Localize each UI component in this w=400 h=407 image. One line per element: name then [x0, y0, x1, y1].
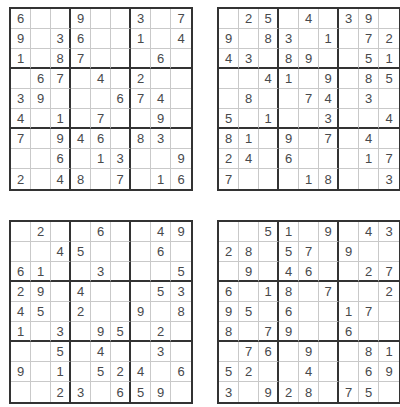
sudoku-cell-top-left-r7c5: 6: [91, 129, 111, 149]
sudoku-cell-top-right-r6c8[interactable]: [359, 109, 379, 129]
sudoku-cell-bottom-right-r1c3: 5: [259, 222, 279, 242]
sudoku-cell-bottom-right-r6c8[interactable]: [359, 322, 379, 342]
sudoku-cell-bottom-left-r6c3: 3: [51, 322, 71, 342]
sudoku-cell-bottom-left-r7c2[interactable]: [31, 342, 51, 362]
sudoku-cell-bottom-left-r8c9: 6: [171, 362, 191, 382]
sudoku-cell-top-right-r7c5[interactable]: [299, 129, 319, 149]
sudoku-cell-top-left-r4c4[interactable]: [71, 69, 91, 89]
sudoku-cell-top-left-r8c6: 3: [111, 149, 131, 169]
sudoku-cell-bottom-right-r9c1: 3: [219, 382, 239, 402]
sudoku-cell-top-left-r7c2[interactable]: [31, 129, 51, 149]
sudoku-cell-top-right-r7c6: 7: [319, 129, 339, 149]
sudoku-cell-top-left-r4c9[interactable]: [171, 69, 191, 89]
sudoku-cell-top-right-r5c6: 4: [319, 89, 339, 109]
sudoku-cell-bottom-left-r2c9[interactable]: [171, 242, 191, 262]
sudoku-cell-bottom-left-r1c1[interactable]: [11, 222, 31, 242]
sudoku-cell-top-left-r6c3: 1: [51, 109, 71, 129]
sudoku-cell-bottom-left-r1c3[interactable]: [51, 222, 71, 242]
sudoku-cell-bottom-right-r6c1: 8: [219, 322, 239, 342]
sudoku-cell-bottom-left-r1c6[interactable]: [111, 222, 131, 242]
boards-grid: 6937936141876674239674417979468361392487…: [9, 7, 400, 404]
sudoku-cell-top-left-r9c1: 2: [11, 169, 31, 189]
sudoku-cell-top-right-r1c5: 4: [299, 9, 319, 29]
sudoku-cell-top-right-r9c7[interactable]: [339, 169, 359, 189]
sudoku-cell-bottom-left-r8c4[interactable]: [71, 362, 91, 382]
sudoku-cell-bottom-right-r2c4: 5: [279, 242, 299, 262]
sudoku-board-top-left: 6937936141876674239674417979468361392487…: [9, 7, 193, 191]
sudoku-cell-top-left-r9c9: 6: [171, 169, 191, 189]
sudoku-cell-bottom-left-r8c5: 5: [91, 362, 111, 382]
sudoku-cell-bottom-left-r1c8: 4: [151, 222, 171, 242]
sudoku-cell-bottom-right-r3c4: 4: [279, 262, 299, 282]
sudoku-cell-bottom-left-r4c3[interactable]: [51, 282, 71, 302]
sudoku-cell-bottom-left-r4c5[interactable]: [91, 282, 111, 302]
sudoku-cell-bottom-right-r6c9[interactable]: [379, 322, 399, 342]
sudoku-cell-bottom-right-r7c2: 7: [239, 342, 259, 362]
sudoku-cell-top-right-r3c4: 8: [279, 49, 299, 69]
sudoku-cell-bottom-left-r1c7[interactable]: [131, 222, 151, 242]
sudoku-cell-bottom-right-r9c3: 9: [259, 382, 279, 402]
sudoku-cell-top-left-r1c3[interactable]: [51, 9, 71, 29]
sudoku-cell-top-left-r6c1: 4: [11, 109, 31, 129]
sudoku-cell-top-left-r7c7: 8: [131, 129, 151, 149]
sudoku-cell-top-right-r2c3: 8: [259, 29, 279, 49]
sudoku-cell-bottom-left-r5c2: 5: [31, 302, 51, 322]
sudoku-cell-top-right-r6c5[interactable]: [299, 109, 319, 129]
sudoku-cell-bottom-left-r7c7[interactable]: [131, 342, 151, 362]
sudoku-cell-bottom-left-r7c9[interactable]: [171, 342, 191, 362]
sudoku-cell-bottom-right-r8c6[interactable]: [319, 362, 339, 382]
sudoku-cell-top-left-r5c9[interactable]: [171, 89, 191, 109]
sudoku-cell-top-left-r4c5: 4: [91, 69, 111, 89]
sudoku-cell-top-left-r2c5[interactable]: [91, 29, 111, 49]
sudoku-cell-top-right-r3c2: 3: [239, 49, 259, 69]
sudoku-cell-bottom-left-r5c9: 8: [171, 302, 191, 322]
sudoku-cell-bottom-right-r5c1: 9: [219, 302, 239, 322]
sudoku-cell-bottom-right-r6c2[interactable]: [239, 322, 259, 342]
sudoku-cell-bottom-right-r6c3: 7: [259, 322, 279, 342]
sudoku-cell-top-left-r6c4[interactable]: [71, 109, 91, 129]
sudoku-cell-top-left-r6c6[interactable]: [111, 109, 131, 129]
sudoku-cell-bottom-left-r6c7[interactable]: [131, 322, 151, 342]
sudoku-cell-bottom-right-r8c1: 5: [219, 362, 239, 382]
sudoku-cell-top-right-r7c7[interactable]: [339, 129, 359, 149]
sudoku-cell-top-right-r8c6[interactable]: [319, 149, 339, 169]
sudoku-cell-top-right-r8c4: 6: [279, 149, 299, 169]
sudoku-cell-bottom-left-r5c4: 2: [71, 302, 91, 322]
sudoku-cell-top-left-r2c2[interactable]: [31, 29, 51, 49]
sudoku-cell-top-left-r9c5[interactable]: [91, 169, 111, 189]
sudoku-cell-top-left-r1c9: 7: [171, 9, 191, 29]
sudoku-cell-top-right-r7c1: 8: [219, 129, 239, 149]
sudoku-cell-top-left-r9c8: 1: [151, 169, 171, 189]
sudoku-cell-bottom-right-r8c9: 9: [379, 362, 399, 382]
sudoku-cell-bottom-right-r6c7: 6: [339, 322, 359, 342]
sudoku-cell-bottom-right-r3c6[interactable]: [319, 262, 339, 282]
sudoku-cell-bottom-right-r4c7[interactable]: [339, 282, 359, 302]
sudoku-cell-top-right-r5c8: 3: [359, 89, 379, 109]
sudoku-cell-bottom-right-r5c4: 6: [279, 302, 299, 322]
sudoku-cell-top-right-r3c9: 1: [379, 49, 399, 69]
sudoku-cell-bottom-right-r4c9: 2: [379, 282, 399, 302]
sudoku-cell-top-right-r9c8[interactable]: [359, 169, 379, 189]
sudoku-cell-top-left-r5c8: 4: [151, 89, 171, 109]
sudoku-cell-top-left-r8c7[interactable]: [131, 149, 151, 169]
sudoku-cell-top-left-r7c6[interactable]: [111, 129, 131, 149]
sudoku-cell-bottom-left-r2c4: 5: [71, 242, 91, 262]
sudoku-cell-top-right-r5c5: 7: [299, 89, 319, 109]
sudoku-cell-bottom-left-r9c1[interactable]: [11, 382, 31, 402]
sudoku-cell-bottom-right-r4c8[interactable]: [359, 282, 379, 302]
sudoku-cell-bottom-right-r6c4: 9: [279, 322, 299, 342]
sudoku-cell-top-left-r1c4: 9: [71, 9, 91, 29]
sudoku-cell-bottom-right-r9c8: 5: [359, 382, 379, 402]
sudoku-cell-top-left-r1c2[interactable]: [31, 9, 51, 29]
sudoku-cell-bottom-left-r1c2: 2: [31, 222, 51, 242]
sudoku-cell-bottom-left-r3c8[interactable]: [151, 262, 171, 282]
sudoku-cell-top-left-r6c5: 7: [91, 109, 111, 129]
sudoku-cell-top-left-r4c6[interactable]: [111, 69, 131, 89]
sudoku-cell-bottom-right-r6c5[interactable]: [299, 322, 319, 342]
sudoku-cell-bottom-left-r2c2[interactable]: [31, 242, 51, 262]
sudoku-cell-bottom-left-r1c4[interactable]: [71, 222, 91, 242]
sudoku-cell-bottom-right-r2c7: 9: [339, 242, 359, 262]
sudoku-cell-top-left-r9c4: 8: [71, 169, 91, 189]
sudoku-cell-bottom-right-r2c5: 7: [299, 242, 319, 262]
sudoku-cell-bottom-right-r8c2: 2: [239, 362, 259, 382]
sudoku-cell-bottom-left-r9c9[interactable]: [171, 382, 191, 402]
sudoku-cell-bottom-right-r7c4[interactable]: [279, 342, 299, 362]
sudoku-cell-top-left-r9c2[interactable]: [31, 169, 51, 189]
sudoku-cell-top-right-r8c5[interactable]: [299, 149, 319, 169]
sudoku-cell-top-right-r1c2: 2: [239, 9, 259, 29]
sudoku-cell-top-right-r9c1: 7: [219, 169, 239, 189]
sudoku-cell-top-right-r1c4[interactable]: [279, 9, 299, 29]
sudoku-cell-top-right-r3c7[interactable]: [339, 49, 359, 69]
sudoku-cell-bottom-right-r1c8: 4: [359, 222, 379, 242]
sudoku-cell-top-right-r9c3[interactable]: [259, 169, 279, 189]
sudoku-cell-bottom-right-r9c9[interactable]: [379, 382, 399, 402]
sudoku-cell-top-left-r7c9[interactable]: [171, 129, 191, 149]
sudoku-cell-top-left-r1c8[interactable]: [151, 9, 171, 29]
sudoku-cell-bottom-right-r2c2: 8: [239, 242, 259, 262]
sudoku-cell-bottom-left-r2c6[interactable]: [111, 242, 131, 262]
sudoku-cell-bottom-right-r7c3: 6: [259, 342, 279, 362]
sudoku-cell-top-left-r5c6: 6: [111, 89, 131, 109]
sudoku-cell-bottom-left-r6c9[interactable]: [171, 322, 191, 342]
sudoku-cell-top-right-r4c7[interactable]: [339, 69, 359, 89]
sudoku-cell-top-right-r5c7[interactable]: [339, 89, 359, 109]
sudoku-cell-bottom-right-r2c9[interactable]: [379, 242, 399, 262]
sudoku-cell-top-right-r2c7[interactable]: [339, 29, 359, 49]
sudoku-cell-top-right-r6c7[interactable]: [339, 109, 359, 129]
sudoku-cell-top-left-r9c3: 4: [51, 169, 71, 189]
sudoku-cell-top-right-r7c8: 4: [359, 129, 379, 149]
sudoku-cell-bottom-right-r7c1[interactable]: [219, 342, 239, 362]
sudoku-cell-bottom-left-r1c9: 9: [171, 222, 191, 242]
sudoku-cell-bottom-right-r5c3[interactable]: [259, 302, 279, 322]
sudoku-cell-bottom-left-r7c8: 3: [151, 342, 171, 362]
sudoku-cell-top-left-r8c8[interactable]: [151, 149, 171, 169]
sudoku-cell-bottom-left-r8c1: 9: [11, 362, 31, 382]
sudoku-cell-top-left-r6c2[interactable]: [31, 109, 51, 129]
sudoku-cell-top-left-r4c7: 2: [131, 69, 151, 89]
sudoku-cell-top-left-r2c6[interactable]: [111, 29, 131, 49]
sudoku-cell-top-left-r5c4[interactable]: [71, 89, 91, 109]
sudoku-cell-top-right-r5c9[interactable]: [379, 89, 399, 109]
sudoku-cell-bottom-left-r1c5: 6: [91, 222, 111, 242]
sudoku-cell-bottom-right-r3c3[interactable]: [259, 262, 279, 282]
sudoku-board-bottom-left: 2649456613529453452981395254391524623659: [9, 220, 193, 404]
sudoku-cell-top-left-r3c3: 8: [51, 49, 71, 69]
sudoku-cell-bottom-left-r7c6[interactable]: [111, 342, 131, 362]
sudoku-cell-bottom-left-r9c2[interactable]: [31, 382, 51, 402]
sudoku-cell-top-left-r5c5[interactable]: [91, 89, 111, 109]
sudoku-cell-top-right-r6c4[interactable]: [279, 109, 299, 129]
sudoku-cell-bottom-left-r9c3: 2: [51, 382, 71, 402]
sudoku-cell-top-right-r4c3: 4: [259, 69, 279, 89]
sudoku-cell-bottom-right-r7c6[interactable]: [319, 342, 339, 362]
sudoku-cell-bottom-left-r6c8: 2: [151, 322, 171, 342]
sudoku-cell-top-left-r1c6[interactable]: [111, 9, 131, 29]
sudoku-cell-bottom-right-r1c2[interactable]: [239, 222, 259, 242]
sudoku-cell-bottom-left-r5c8[interactable]: [151, 302, 171, 322]
sudoku-cell-bottom-right-r1c7[interactable]: [339, 222, 359, 242]
sudoku-cell-top-right-r5c4[interactable]: [279, 89, 299, 109]
sudoku-cell-bottom-left-r8c7: 4: [131, 362, 151, 382]
sudoku-cell-top-right-r2c4: 3: [279, 29, 299, 49]
sudoku-cell-top-right-r6c1: 5: [219, 109, 239, 129]
sudoku-cell-top-left-r7c1: 7: [11, 129, 31, 149]
sudoku-cell-bottom-right-r5c5[interactable]: [299, 302, 319, 322]
sudoku-cell-bottom-left-r4c1: 2: [11, 282, 31, 302]
sudoku-cell-top-left-r3c7[interactable]: [131, 49, 151, 69]
sudoku-cell-bottom-left-r5c6[interactable]: [111, 302, 131, 322]
sudoku-cell-top-right-r3c3[interactable]: [259, 49, 279, 69]
sudoku-cell-bottom-right-r2c6[interactable]: [319, 242, 339, 262]
sudoku-cell-top-left-r8c5: 1: [91, 149, 111, 169]
sudoku-cell-bottom-left-r2c7[interactable]: [131, 242, 151, 262]
sudoku-cell-bottom-right-r5c6[interactable]: [319, 302, 339, 322]
sudoku-cell-top-right-r1c1[interactable]: [219, 9, 239, 29]
sudoku-cell-bottom-right-r8c7[interactable]: [339, 362, 359, 382]
sudoku-cell-top-left-r5c3[interactable]: [51, 89, 71, 109]
sudoku-cell-top-right-r9c9: 3: [379, 169, 399, 189]
sudoku-cell-top-right-r4c9: 5: [379, 69, 399, 89]
sudoku-cell-top-left-r5c7: 7: [131, 89, 151, 109]
sudoku-cell-bottom-right-r6c6[interactable]: [319, 322, 339, 342]
sudoku-cell-top-left-r3c1: 1: [11, 49, 31, 69]
sudoku-cell-top-right-r6c2[interactable]: [239, 109, 259, 129]
sudoku-cell-bottom-right-r8c5: 4: [299, 362, 319, 382]
sudoku-cell-top-left-r3c4: 7: [71, 49, 91, 69]
sudoku-cell-bottom-left-r8c6: 2: [111, 362, 131, 382]
sudoku-cell-top-left-r1c5[interactable]: [91, 9, 111, 29]
sudoku-cell-top-right-r2c9: 2: [379, 29, 399, 49]
sudoku-cell-top-right-r3c8: 5: [359, 49, 379, 69]
sudoku-cell-bottom-left-r8c8[interactable]: [151, 362, 171, 382]
sudoku-cell-bottom-right-r5c7: 1: [339, 302, 359, 322]
sudoku-cell-bottom-right-r7c7[interactable]: [339, 342, 359, 362]
sudoku-cell-top-right-r4c1[interactable]: [219, 69, 239, 89]
sudoku-cell-top-left-r2c9: 4: [171, 29, 191, 49]
sudoku-cell-top-right-r4c2[interactable]: [239, 69, 259, 89]
sudoku-cell-bottom-left-r9c5[interactable]: [91, 382, 111, 402]
sudoku-cell-top-right-r9c5: 1: [299, 169, 319, 189]
sudoku-cell-top-left-r6c9[interactable]: [171, 109, 191, 129]
sudoku-cell-bottom-right-r7c8: 8: [359, 342, 379, 362]
sudoku-cell-bottom-right-r8c4[interactable]: [279, 362, 299, 382]
sudoku-cell-top-left-r4c1[interactable]: [11, 69, 31, 89]
sudoku-cell-bottom-left-r3c4[interactable]: [71, 262, 91, 282]
sudoku-cell-bottom-left-r4c4: 4: [71, 282, 91, 302]
sudoku-cell-bottom-left-r6c5: 9: [91, 322, 111, 342]
sudoku-cell-top-right-r3c6[interactable]: [319, 49, 339, 69]
sudoku-cell-top-left-r8c2[interactable]: [31, 149, 51, 169]
sudoku-cell-top-right-r8c2: 4: [239, 149, 259, 169]
sudoku-cell-bottom-left-r9c6: 6: [111, 382, 131, 402]
sudoku-cell-top-right-r9c2[interactable]: [239, 169, 259, 189]
sudoku-cell-bottom-left-r6c2[interactable]: [31, 322, 51, 342]
sudoku-cell-bottom-right-r3c1[interactable]: [219, 262, 239, 282]
sudoku-cell-top-right-r2c5[interactable]: [299, 29, 319, 49]
sudoku-cell-top-left-r7c3: 9: [51, 129, 71, 149]
sudoku-board-top-right: 2543998317243895141985874351348197424617…: [217, 7, 400, 191]
sudoku-cell-top-left-r3c9[interactable]: [171, 49, 191, 69]
sudoku-cell-top-right-r5c3[interactable]: [259, 89, 279, 109]
sudoku-cell-bottom-left-r6c4[interactable]: [71, 322, 91, 342]
sudoku-cell-bottom-right-r3c2: 9: [239, 262, 259, 282]
sudoku-cell-bottom-left-r4c7[interactable]: [131, 282, 151, 302]
sudoku-cell-bottom-left-r4c8: 5: [151, 282, 171, 302]
sudoku-cell-bottom-left-r5c1: 4: [11, 302, 31, 322]
sudoku-cell-top-right-r4c4: 1: [279, 69, 299, 89]
sudoku-cell-top-right-r8c7[interactable]: [339, 149, 359, 169]
sudoku-cell-top-left-r2c8[interactable]: [151, 29, 171, 49]
sudoku-cell-bottom-right-r1c1[interactable]: [219, 222, 239, 242]
sudoku-cell-top-right-r1c9[interactable]: [379, 9, 399, 29]
sudoku-cell-top-left-r8c4[interactable]: [71, 149, 91, 169]
sudoku-cell-top-right-r9c4[interactable]: [279, 169, 299, 189]
sudoku-cell-bottom-left-r3c6[interactable]: [111, 262, 131, 282]
sudoku-cell-bottom-left-r8c3: 1: [51, 362, 71, 382]
sudoku-cell-top-left-r3c6[interactable]: [111, 49, 131, 69]
sudoku-cell-bottom-left-r6c6: 5: [111, 322, 131, 342]
sudoku-cell-bottom-right-r1c4: 1: [279, 222, 299, 242]
sudoku-cell-top-right-r1c8: 9: [359, 9, 379, 29]
sudoku-cell-bottom-right-r5c8: 7: [359, 302, 379, 322]
sudoku-cell-top-left-r8c3: 6: [51, 149, 71, 169]
sudoku-cell-top-right-r8c1: 2: [219, 149, 239, 169]
sudoku-cell-top-right-r4c8: 8: [359, 69, 379, 89]
sudoku-cell-bottom-left-r7c1[interactable]: [11, 342, 31, 362]
sudoku-cell-top-left-r9c6: 7: [111, 169, 131, 189]
sudoku-cell-bottom-left-r5c3[interactable]: [51, 302, 71, 322]
sudoku-cell-bottom-right-r7c9: 1: [379, 342, 399, 362]
sudoku-cell-bottom-left-r2c3: 4: [51, 242, 71, 262]
sudoku-cell-bottom-left-r2c8: 6: [151, 242, 171, 262]
sudoku-cell-bottom-left-r8c2[interactable]: [31, 362, 51, 382]
sudoku-cell-top-left-r7c4: 4: [71, 129, 91, 149]
sudoku-cell-bottom-right-r4c5[interactable]: [299, 282, 319, 302]
sudoku-cell-top-right-r9c6: 8: [319, 169, 339, 189]
sudoku-cell-bottom-right-r1c6: 9: [319, 222, 339, 242]
sudoku-cell-bottom-right-r4c1: 6: [219, 282, 239, 302]
sudoku-cell-bottom-left-r2c5[interactable]: [91, 242, 111, 262]
sudoku-cell-top-left-r2c4: 6: [71, 29, 91, 49]
sudoku-cell-top-left-r1c7: 3: [131, 9, 151, 29]
sudoku-cell-bottom-right-r3c7[interactable]: [339, 262, 359, 282]
sudoku-cell-bottom-right-r4c6: 7: [319, 282, 339, 302]
sudoku-cell-bottom-right-r3c5: 6: [299, 262, 319, 282]
sudoku-cell-top-right-r2c2[interactable]: [239, 29, 259, 49]
sudoku-cell-bottom-left-r5c5[interactable]: [91, 302, 111, 322]
sudoku-cell-bottom-right-r5c9[interactable]: [379, 302, 399, 322]
sudoku-cell-bottom-left-r4c2: 9: [31, 282, 51, 302]
sudoku-cell-top-right-r6c9: 4: [379, 109, 399, 129]
sudoku-cell-bottom-right-r9c2[interactable]: [239, 382, 259, 402]
sudoku-cell-top-right-r1c6[interactable]: [319, 9, 339, 29]
sudoku-cell-bottom-right-r2c8[interactable]: [359, 242, 379, 262]
sudoku-cell-top-left-r3c2[interactable]: [31, 49, 51, 69]
sudoku-cell-top-left-r3c5[interactable]: [91, 49, 111, 69]
sudoku-cell-top-right-r7c3[interactable]: [259, 129, 279, 149]
sudoku-cell-bottom-right-r9c6[interactable]: [319, 382, 339, 402]
sudoku-cell-top-left-r9c7[interactable]: [131, 169, 151, 189]
sudoku-cell-top-right-r8c8: 1: [359, 149, 379, 169]
sudoku-cell-top-right-r8c9: 7: [379, 149, 399, 169]
sudoku-cell-top-right-r7c9[interactable]: [379, 129, 399, 149]
sudoku-cell-bottom-left-r2c1[interactable]: [11, 242, 31, 262]
sudoku-cell-bottom-left-r4c6[interactable]: [111, 282, 131, 302]
sudoku-cell-bottom-right-r2c1: 2: [219, 242, 239, 262]
sudoku-cell-top-right-r2c1: 9: [219, 29, 239, 49]
sudoku-cell-top-left-r6c8: 9: [151, 109, 171, 129]
sudoku-cell-bottom-left-r3c9: 5: [171, 262, 191, 282]
sudoku-cell-bottom-right-r9c4: 2: [279, 382, 299, 402]
sudoku-cell-top-right-r6c6: 3: [319, 109, 339, 129]
sudoku-cell-top-right-r3c5: 9: [299, 49, 319, 69]
sudoku-cell-bottom-left-r7c4[interactable]: [71, 342, 91, 362]
sudoku-cell-top-left-r4c8[interactable]: [151, 69, 171, 89]
sudoku-cell-bottom-left-r3c5: 3: [91, 262, 111, 282]
sudoku-cell-bottom-left-r9c4: 3: [71, 382, 91, 402]
sudoku-cell-top-right-r8c3[interactable]: [259, 149, 279, 169]
sudoku-cell-bottom-right-r3c8: 2: [359, 262, 379, 282]
sudoku-cell-bottom-right-r8c8: 6: [359, 362, 379, 382]
sudoku-cell-bottom-right-r2c3[interactable]: [259, 242, 279, 262]
sudoku-cell-bottom-right-r1c5[interactable]: [299, 222, 319, 242]
sudoku-cell-top-right-r5c1[interactable]: [219, 89, 239, 109]
sudoku-cell-top-left-r2c3: 3: [51, 29, 71, 49]
sudoku-cell-top-left-r8c1[interactable]: [11, 149, 31, 169]
sudoku-cell-bottom-left-r4c9: 3: [171, 282, 191, 302]
sudoku-cell-bottom-left-r3c3[interactable]: [51, 262, 71, 282]
sudoku-cell-top-left-r5c2: 9: [31, 89, 51, 109]
sudoku-cell-bottom-right-r5c2: 5: [239, 302, 259, 322]
sudoku-cell-top-left-r6c7[interactable]: [131, 109, 151, 129]
sudoku-cell-top-left-r5c1: 3: [11, 89, 31, 109]
sudoku-cell-top-right-r6c3: 1: [259, 109, 279, 129]
sudoku-cell-top-left-r7c8: 3: [151, 129, 171, 149]
sudoku-cell-top-right-r1c3: 5: [259, 9, 279, 29]
sudoku-cell-bottom-left-r3c7[interactable]: [131, 262, 151, 282]
sudoku-cell-bottom-right-r8c3[interactable]: [259, 362, 279, 382]
sudoku-cell-bottom-right-r4c4: 8: [279, 282, 299, 302]
sudoku-cell-top-right-r4c5[interactable]: [299, 69, 319, 89]
sudoku-cell-bottom-right-r4c2[interactable]: [239, 282, 259, 302]
sudoku-board-bottom-right: 5194328579946276187295617879676981524693…: [217, 220, 400, 404]
